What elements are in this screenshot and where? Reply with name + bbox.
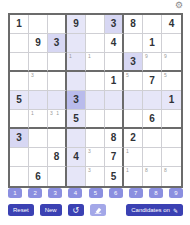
cell-r9c1[interactable] — [10, 167, 29, 186]
cell-r9c7[interactable]: 1 — [124, 167, 143, 186]
cell-r2c9[interactable] — [162, 34, 181, 53]
cell-r5c2[interactable] — [29, 91, 48, 110]
cell-digit: 1 — [16, 19, 22, 29]
cell-candidates: 1 — [69, 54, 73, 59]
cell-digit: 5 — [111, 172, 117, 182]
candidates-toggle-label: Candidates on — [131, 207, 170, 213]
cell-r1c9[interactable]: 4 — [162, 15, 181, 34]
cell-digit: 1 — [149, 38, 155, 48]
cell-r4c9[interactable]: 5 — [162, 72, 181, 91]
settings-gear-icon[interactable]: ⚙ — [175, 1, 183, 10]
cell-digit: 3 — [54, 38, 60, 48]
cell-r5c3[interactable] — [48, 91, 67, 110]
cell-r2c6[interactable]: 4 — [105, 34, 124, 53]
cell-r2c3[interactable]: 3 — [48, 34, 67, 53]
candidates-toggle-button[interactable]: Candidates on ✎ — [126, 204, 183, 216]
cell-r2c4[interactable] — [67, 34, 86, 53]
cell-r1c2[interactable] — [29, 15, 48, 34]
cell-candidates: 9 — [145, 54, 149, 59]
cell-digit: 4 — [111, 38, 117, 48]
cell-r7c5[interactable] — [86, 129, 105, 148]
cell-r9c3[interactable] — [48, 167, 67, 186]
cell-candidates: 5 — [164, 73, 168, 78]
cell-digit: 9 — [73, 19, 79, 29]
number-pad: 123456789 — [8, 188, 183, 198]
cell-r6c9[interactable] — [162, 110, 181, 129]
cell-digit: 5 — [73, 114, 79, 124]
sudoku-board: 193849341113993157553113 156382843716351… — [8, 13, 183, 188]
cell-r8c4[interactable]: 4 — [67, 148, 86, 167]
cell-digit: 6 — [35, 172, 41, 182]
cell-digit: 8 — [130, 19, 136, 29]
cell-r5c7[interactable] — [124, 91, 143, 110]
number-button-3[interactable]: 3 — [48, 188, 62, 198]
cell-r3c5[interactable]: 1 — [86, 53, 105, 72]
cell-digit: 2 — [130, 133, 136, 143]
cell-candidates: 1 — [88, 54, 92, 59]
number-button-7[interactable]: 7 — [129, 188, 143, 198]
cell-r9c6[interactable]: 5 — [105, 167, 124, 186]
number-button-6[interactable]: 6 — [109, 188, 123, 198]
cell-r3c2[interactable] — [29, 53, 48, 72]
control-bar: Reset New ↺ Candidates on ✎ — [8, 204, 183, 216]
eraser-glyph — [94, 206, 102, 214]
cell-candidates: 1 — [126, 168, 130, 173]
cell-candidates: 3 1 — [50, 111, 60, 116]
cell-r8c9[interactable] — [162, 148, 181, 167]
cell-r1c6[interactable]: 3 — [105, 15, 124, 34]
cell-r7c8[interactable] — [143, 129, 162, 148]
cell-r8c2[interactable] — [29, 148, 48, 167]
cell-digit: 3 — [73, 95, 79, 105]
cell-r6c5[interactable] — [86, 110, 105, 129]
cell-digit: 8 — [54, 152, 60, 162]
cell-digit: 4 — [73, 152, 79, 162]
cell-r1c5[interactable] — [86, 15, 105, 34]
cell-r7c3[interactable] — [48, 129, 67, 148]
cell-r1c7[interactable]: 8 — [124, 15, 143, 34]
cell-r1c1[interactable]: 1 — [10, 15, 29, 34]
cell-r6c1[interactable] — [10, 110, 29, 129]
cell-r8c7[interactable]: 1 — [124, 148, 143, 167]
cell-r4c7[interactable]: 5 — [124, 72, 143, 91]
cell-r7c9[interactable] — [162, 129, 181, 148]
number-button-2[interactable]: 2 — [28, 188, 42, 198]
cell-digit: 9 — [35, 38, 41, 48]
cell-r8c8[interactable] — [143, 148, 162, 167]
cell-r6c8[interactable]: 6 — [143, 110, 162, 129]
cell-r3c8[interactable]: 9 — [143, 53, 162, 72]
cell-r4c3[interactable] — [48, 72, 67, 91]
cell-candidates: 8 — [145, 168, 149, 173]
cell-r7c2[interactable] — [29, 129, 48, 148]
cell-r6c2[interactable]: 1 — [29, 110, 48, 129]
eraser-icon[interactable] — [90, 204, 106, 216]
cell-r4c8[interactable]: 7 — [143, 72, 162, 91]
cell-r2c5[interactable] — [86, 34, 105, 53]
cell-digit: 3 — [111, 19, 117, 29]
cell-r9c8[interactable]: 8 — [143, 167, 162, 186]
cell-r4c6[interactable]: 1 — [105, 72, 124, 91]
cell-r3c4[interactable]: 1 — [67, 53, 86, 72]
number-button-8[interactable]: 8 — [149, 188, 163, 198]
undo-icon[interactable]: ↺ — [68, 204, 84, 216]
cell-r5c5[interactable] — [86, 91, 105, 110]
cell-r5c9[interactable]: 1 — [162, 91, 181, 110]
cell-r3c1[interactable] — [10, 53, 29, 72]
cell-r2c8[interactable]: 1 — [143, 34, 162, 53]
number-button-9[interactable]: 9 — [169, 188, 183, 198]
cell-r4c5[interactable] — [86, 72, 105, 91]
cell-candidates: 8 — [164, 168, 168, 173]
cell-r7c7[interactable]: 2 — [124, 129, 143, 148]
cell-digit: 3 — [16, 133, 22, 143]
cell-digit: 5 — [16, 95, 22, 105]
cell-digit: 7 — [149, 76, 155, 86]
cell-r9c2[interactable]: 6 — [29, 167, 48, 186]
cell-r3c6[interactable] — [105, 53, 124, 72]
cell-candidates: 3 — [88, 168, 92, 173]
cell-candidates: 1 — [31, 111, 35, 116]
cell-r9c9[interactable]: 8 — [162, 167, 181, 186]
cell-r8c1[interactable] — [10, 148, 29, 167]
cell-r3c9[interactable]: 9 — [162, 53, 181, 72]
cell-candidates: 9 — [164, 54, 168, 59]
cell-r7c4[interactable] — [67, 129, 86, 148]
cell-digit: 1 — [111, 76, 117, 86]
cell-candidates: 1 — [126, 149, 130, 154]
cell-r4c4[interactable] — [67, 72, 86, 91]
cell-digit: 3 — [130, 57, 136, 67]
cell-digit: 8 — [111, 133, 117, 143]
cell-r9c5[interactable]: 3 — [86, 167, 105, 186]
number-button-1[interactable]: 1 — [8, 188, 22, 198]
cell-r3c3[interactable] — [48, 53, 67, 72]
cell-digit: 6 — [149, 114, 155, 124]
cell-r8c5[interactable]: 3 — [86, 148, 105, 167]
number-button-4[interactable]: 4 — [68, 188, 82, 198]
new-game-button[interactable]: New — [40, 204, 62, 216]
cell-digit: 7 — [111, 152, 117, 162]
cell-r2c7[interactable] — [124, 34, 143, 53]
cell-r8c3[interactable]: 8 — [48, 148, 67, 167]
cell-r3c7[interactable]: 3 — [124, 53, 143, 72]
cell-r6c3[interactable]: 3 1 — [48, 110, 67, 129]
cell-candidates: 3 — [88, 149, 92, 154]
cell-r1c8[interactable] — [143, 15, 162, 34]
sudoku-app: ⚙ 193849341113993157553113 1563828437163… — [0, 0, 190, 225]
cell-r6c4[interactable]: 5 — [67, 110, 86, 129]
cell-candidates: 3 — [31, 73, 35, 78]
cell-r1c4[interactable]: 9 — [67, 15, 86, 34]
cell-r7c6[interactable]: 8 — [105, 129, 124, 148]
cell-r9c4[interactable] — [67, 167, 86, 186]
cell-digit: 1 — [169, 95, 175, 105]
cell-r2c2[interactable]: 9 — [29, 34, 48, 53]
cell-r5c6[interactable] — [105, 91, 124, 110]
cell-r6c7[interactable] — [124, 110, 143, 129]
cell-candidates: 5 — [126, 73, 130, 78]
cell-r8c6[interactable]: 7 — [105, 148, 124, 167]
cell-r5c1[interactable]: 5 — [10, 91, 29, 110]
cell-r7c1[interactable]: 3 — [10, 129, 29, 148]
cell-r5c4[interactable]: 3 — [67, 91, 86, 110]
pencil-icon: ✎ — [173, 207, 178, 214]
cell-r1c3[interactable] — [48, 15, 67, 34]
cell-r4c2[interactable]: 3 — [29, 72, 48, 91]
cell-digit: 4 — [169, 19, 175, 29]
cell-r6c6[interactable] — [105, 110, 124, 129]
cell-r2c1[interactable] — [10, 34, 29, 53]
number-button-5[interactable]: 5 — [89, 188, 103, 198]
cell-r4c1[interactable] — [10, 72, 29, 91]
cell-r5c8[interactable] — [143, 91, 162, 110]
reset-button[interactable]: Reset — [8, 204, 34, 216]
